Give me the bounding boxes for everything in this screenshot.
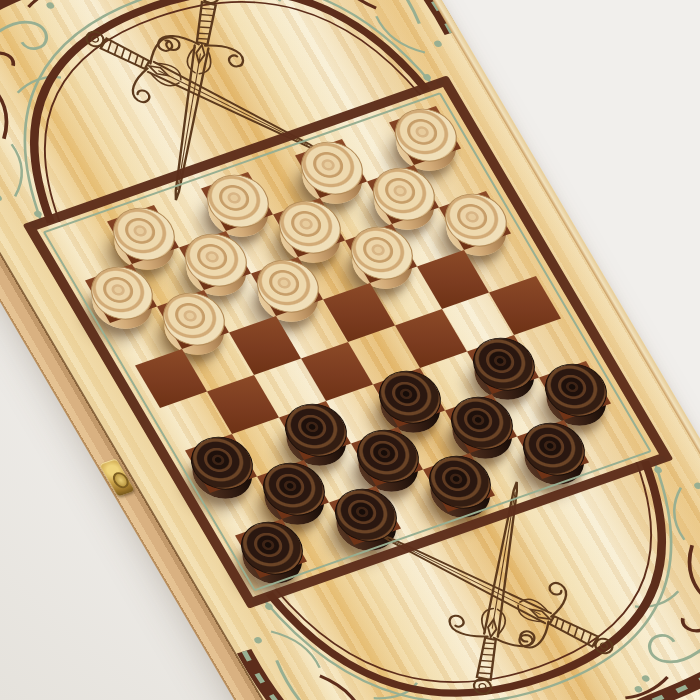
photo-scene [0,0,700,700]
corner-ornament-top-left [0,0,177,208]
corner-ornament-bottom-right [519,476,700,700]
game-box-lid [0,0,700,700]
